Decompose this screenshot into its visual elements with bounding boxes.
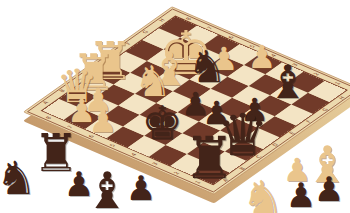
piece-black-pawn[interactable]: ♟ <box>314 172 344 206</box>
piece-black-knight-f5[interactable]: ♞ <box>188 45 227 89</box>
piece-black-bishop[interactable]: ♝ <box>85 166 130 213</box>
piece-white-knight[interactable]: ♞ <box>241 174 284 213</box>
piece-black-rook-a1[interactable]: ♜ <box>183 129 235 187</box>
chess-illustration: ABCDEFGH ABCDEFGH 87654321 87654321 ♛♜♜♟… <box>0 0 350 213</box>
piece-white-pawn-a6[interactable]: ♟ <box>89 105 118 137</box>
piece-black-king-b4[interactable]: ♚ <box>141 100 182 146</box>
piece-black-pawn[interactable]: ♟ <box>126 171 156 205</box>
piece-black-knight[interactable]: ♞ <box>0 155 37 201</box>
piece-black-pawn[interactable]: ♟ <box>286 178 316 212</box>
piece-black-bishop-g2[interactable]: ♝ <box>267 59 308 105</box>
